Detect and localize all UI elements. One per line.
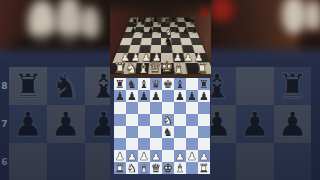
black-bishop-f8[interactable]: ♝ (174, 78, 186, 90)
white-pawn-h2[interactable]: ♟ (198, 150, 210, 162)
square-f5[interactable] (174, 114, 186, 126)
blurred-white-piece (282, 0, 306, 34)
digital-board-panel: ♜♞♝♛♚♝♜♟♟♟♟♟♟♟♞♞♟♟♟♟♟♟♟♜♞♝♛♚♝♜ (110, 78, 211, 180)
blurred-white-piece (304, 0, 320, 32)
bg-black-pawn-g7: ♟ (236, 105, 274, 143)
square-h8[interactable]: ♜ (198, 78, 210, 90)
bg-square-h6 (274, 143, 312, 180)
square-b2[interactable]: ♟ (126, 150, 138, 162)
square-a3[interactable] (114, 138, 126, 150)
square-e1[interactable]: ♚ (162, 162, 174, 174)
square-d2[interactable]: ♟ (150, 150, 162, 162)
square-d6[interactable] (150, 102, 162, 114)
photo-black-pawn-a7: ♟ (129, 27, 138, 34)
square-c6[interactable] (138, 102, 150, 114)
photo-black-knight-e4: ♞ (162, 36, 175, 47)
square-g6[interactable] (186, 102, 198, 114)
black-pawn-a7[interactable]: ♟ (114, 90, 126, 102)
square-b3[interactable] (126, 138, 138, 150)
square-b8[interactable]: ♞ (126, 78, 138, 90)
square-c2[interactable]: ♟ (138, 150, 150, 162)
black-queen-d8[interactable]: ♛ (150, 78, 162, 90)
square-f7[interactable]: ♟ (174, 90, 186, 102)
square-e7[interactable] (162, 90, 174, 102)
square-a8[interactable]: ♜ (114, 78, 126, 90)
square-f8[interactable]: ♝ (174, 78, 186, 90)
black-king-e8[interactable]: ♚ (162, 78, 174, 90)
square-c5[interactable] (138, 114, 150, 126)
square-g1[interactable] (186, 162, 198, 174)
square-g2[interactable]: ♟ (186, 150, 198, 162)
square-d1[interactable]: ♛ (150, 162, 162, 174)
background-blur-left (0, 0, 110, 57)
square-e8[interactable]: ♚ (162, 78, 174, 90)
square-b4[interactable] (126, 126, 138, 138)
square-g4[interactable] (186, 126, 198, 138)
blur-bottom-fade (0, 43, 110, 57)
white-king-e1[interactable]: ♚ (162, 162, 174, 174)
bg-square-b8: ♞ (47, 67, 85, 105)
photo-black-pawn-f7: ♟ (173, 27, 182, 34)
square-a5[interactable] (114, 114, 126, 126)
white-pawn-c2[interactable]: ♟ (138, 150, 150, 162)
square-h7[interactable]: ♟ (198, 90, 210, 102)
photo-black-pawn-g7: ♟ (181, 27, 190, 34)
white-pawn-b2[interactable]: ♟ (126, 150, 138, 162)
bg-square-a6 (9, 143, 47, 180)
square-d5[interactable] (150, 114, 162, 126)
white-rook-a1[interactable]: ♜ (114, 162, 126, 174)
square-e5[interactable]: ♞ (162, 114, 174, 126)
square-h2[interactable]: ♟ (198, 150, 210, 162)
square-e4[interactable]: ♞ (162, 126, 174, 138)
square-g8[interactable] (186, 78, 198, 90)
white-bishop-c1[interactable]: ♝ (138, 162, 150, 174)
digital-chess-board[interactable]: ♜♞♝♛♚♝♜♟♟♟♟♟♟♟♞♞♟♟♟♟♟♟♟♜♞♝♛♚♝♜ (114, 78, 210, 174)
square-b5[interactable] (126, 114, 138, 126)
square-c8[interactable]: ♝ (138, 78, 150, 90)
white-bishop-f1[interactable]: ♝ (174, 162, 186, 174)
white-pawn-f2[interactable]: ♟ (174, 150, 186, 162)
square-g5[interactable] (186, 114, 198, 126)
photo-black-pawn-c7: ♟ (146, 27, 155, 34)
square-c7[interactable]: ♟ (138, 90, 150, 102)
square-a2[interactable]: ♟ (114, 150, 126, 162)
photo-black-bishop-f8: ♝ (171, 17, 182, 26)
square-c3[interactable] (138, 138, 150, 150)
bg-black-pawn-h7: ♟ (274, 105, 312, 143)
bg-square-h7: ♟ (274, 105, 312, 143)
square-b1[interactable]: ♞ (126, 162, 138, 174)
square-f1[interactable]: ♝ (174, 162, 186, 174)
square-g7[interactable]: ♟ (186, 90, 198, 102)
white-pawn-d2[interactable]: ♟ (150, 150, 162, 162)
black-pawn-b7[interactable]: ♟ (126, 90, 138, 102)
square-e3[interactable] (162, 138, 174, 150)
photo-black-pawn-b7: ♟ (138, 27, 147, 34)
black-pawn-d7[interactable]: ♟ (150, 90, 162, 102)
square-c1[interactable]: ♝ (138, 162, 150, 174)
shorts-frame: ♜♞♝♛♚♝♜8♟♟♟♟♟♟♟76 ♜♞♝♛♚♝♜♟♟♟♟♟♟♟♞♞♟♟♟♟♟♟… (0, 0, 320, 180)
white-knight-b1[interactable]: ♞ (126, 162, 138, 174)
square-d4[interactable] (150, 126, 162, 138)
photo-chess-scene: ♜♞♝♛♚♝♜♟♟♟♟♟♟♟♞♞♟♟♟♟♟♟♟♜♞♝♛♚♝♜ (110, 0, 211, 78)
square-h1[interactable]: ♜ (198, 162, 210, 174)
square-b6[interactable] (126, 102, 138, 114)
bg-square-g8 (236, 67, 274, 105)
bg-square-h8: ♜ (274, 67, 312, 105)
square-h3[interactable] (198, 138, 210, 150)
bg-rank-label-6: 6 (0, 157, 9, 167)
bg-rank-label-8: 8 (0, 81, 9, 91)
black-pawn-h7[interactable]: ♟ (198, 90, 210, 102)
bg-square-a7: ♟ (9, 105, 47, 143)
square-d8[interactable]: ♛ (150, 78, 162, 90)
square-d3[interactable] (150, 138, 162, 150)
white-pawn-a2[interactable]: ♟ (114, 150, 126, 162)
bg-black-knight-b8: ♞ (47, 67, 85, 105)
black-pawn-g7[interactable]: ♟ (186, 90, 198, 102)
bg-square-a8: ♜ (9, 67, 47, 105)
square-h5[interactable] (198, 114, 210, 126)
black-pawn-c7[interactable]: ♟ (138, 90, 150, 102)
black-bishop-c8[interactable]: ♝ (138, 78, 150, 90)
square-e6[interactable] (162, 102, 174, 114)
bg-square-g7: ♟ (236, 105, 274, 143)
photo-black-rook-h8: ♜ (187, 17, 198, 26)
photo-top-shadow (110, 0, 211, 16)
blurred-red-object (210, 0, 234, 22)
square-g3[interactable] (186, 138, 198, 150)
photo-black-pawn-h7: ♟ (190, 27, 199, 34)
square-a6[interactable] (114, 102, 126, 114)
bg-black-rook-h8: ♜ (274, 67, 312, 105)
square-c4[interactable] (138, 126, 150, 138)
white-pawn-g2[interactable]: ♟ (186, 150, 198, 162)
bg-square-g6 (236, 143, 274, 180)
square-e2[interactable] (162, 150, 174, 162)
black-knight-e4[interactable]: ♞ (162, 126, 174, 138)
black-pawn-f7[interactable]: ♟ (174, 90, 186, 102)
bg-black-rook-a8: ♜ (9, 67, 47, 105)
square-f2[interactable]: ♟ (174, 150, 186, 162)
square-f4[interactable] (174, 126, 186, 138)
square-a7[interactable]: ♟ (114, 90, 126, 102)
photo-white-bishop-f1: ♝ (171, 61, 187, 75)
square-b7[interactable]: ♟ (126, 90, 138, 102)
bg-square-b7: ♟ (47, 105, 85, 143)
square-a4[interactable] (114, 126, 126, 138)
white-queen-d1[interactable]: ♛ (150, 162, 162, 174)
square-f3[interactable] (174, 138, 186, 150)
white-rook-h1[interactable]: ♜ (198, 162, 210, 174)
square-f6[interactable] (174, 102, 186, 114)
black-knight-b8[interactable]: ♞ (126, 78, 138, 90)
black-rook-a8[interactable]: ♜ (114, 78, 126, 90)
photo-white-rook-h1: ♜ (194, 61, 210, 75)
square-d7[interactable]: ♟ (150, 90, 162, 102)
bg-black-pawn-b7: ♟ (47, 105, 85, 143)
square-h4[interactable] (198, 126, 210, 138)
square-a1[interactable]: ♜ (114, 162, 126, 174)
white-knight-e5[interactable]: ♞ (162, 114, 174, 126)
bg-rank-label-7: 7 (0, 119, 9, 129)
square-h6[interactable] (198, 102, 210, 114)
bg-black-pawn-a7: ♟ (9, 105, 47, 143)
blur-bottom-fade (210, 43, 320, 57)
bg-square-b6 (47, 143, 85, 180)
black-rook-h8[interactable]: ♜ (198, 78, 210, 90)
background-blur-right (210, 0, 320, 57)
